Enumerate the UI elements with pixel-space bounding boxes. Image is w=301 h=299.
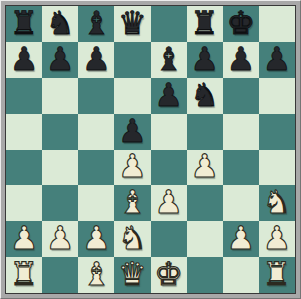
piece-white-rook[interactable]: ♜ xyxy=(10,258,39,290)
chess-board: ♜♞♝♛♜♚♟♟♟♝♟♟♟♟♞♟♟♟♝♟♞♟♟♟♞♟♟♜♝♛♚♜ xyxy=(5,5,296,294)
square-e2[interactable] xyxy=(151,221,187,257)
square-b4[interactable] xyxy=(42,150,78,186)
square-b6[interactable] xyxy=(42,78,78,114)
square-d3[interactable]: ♝ xyxy=(114,185,150,221)
square-g4[interactable] xyxy=(223,150,259,186)
piece-white-pawn[interactable]: ♟ xyxy=(263,222,292,254)
square-a7[interactable]: ♟ xyxy=(6,42,42,78)
square-e5[interactable] xyxy=(151,114,187,150)
square-c1[interactable]: ♝ xyxy=(78,257,114,293)
piece-black-queen[interactable]: ♛ xyxy=(118,7,147,39)
square-f8[interactable]: ♜ xyxy=(187,6,223,42)
square-c4[interactable] xyxy=(78,150,114,186)
piece-white-queen[interactable]: ♛ xyxy=(118,258,147,290)
piece-white-knight[interactable]: ♞ xyxy=(263,186,292,218)
square-h5[interactable] xyxy=(259,114,295,150)
piece-white-pawn[interactable]: ♟ xyxy=(118,150,147,182)
square-e1[interactable]: ♚ xyxy=(151,257,187,293)
square-e3[interactable]: ♟ xyxy=(151,185,187,221)
square-c8[interactable]: ♝ xyxy=(78,6,114,42)
square-b2[interactable]: ♟ xyxy=(42,221,78,257)
square-d2[interactable]: ♞ xyxy=(114,221,150,257)
square-g1[interactable] xyxy=(223,257,259,293)
square-a6[interactable] xyxy=(6,78,42,114)
square-f7[interactable]: ♟ xyxy=(187,42,223,78)
square-d8[interactable]: ♛ xyxy=(114,6,150,42)
piece-black-pawn[interactable]: ♟ xyxy=(10,43,39,75)
square-g3[interactable] xyxy=(223,185,259,221)
square-c7[interactable]: ♟ xyxy=(78,42,114,78)
square-f5[interactable] xyxy=(187,114,223,150)
square-d6[interactable] xyxy=(114,78,150,114)
square-d4[interactable]: ♟ xyxy=(114,150,150,186)
square-b7[interactable]: ♟ xyxy=(42,42,78,78)
square-c2[interactable]: ♟ xyxy=(78,221,114,257)
piece-black-pawn[interactable]: ♟ xyxy=(226,43,255,75)
square-h1[interactable]: ♜ xyxy=(259,257,295,293)
square-g6[interactable] xyxy=(223,78,259,114)
square-h3[interactable]: ♞ xyxy=(259,185,295,221)
piece-black-rook[interactable]: ♜ xyxy=(10,7,39,39)
square-g2[interactable]: ♟ xyxy=(223,221,259,257)
square-e7[interactable]: ♝ xyxy=(151,42,187,78)
piece-black-pawn[interactable]: ♟ xyxy=(263,43,292,75)
square-b8[interactable]: ♞ xyxy=(42,6,78,42)
square-h7[interactable]: ♟ xyxy=(259,42,295,78)
piece-white-pawn[interactable]: ♟ xyxy=(154,186,183,218)
piece-white-pawn[interactable]: ♟ xyxy=(226,222,255,254)
piece-black-bishop[interactable]: ♝ xyxy=(82,7,111,39)
square-a8[interactable]: ♜ xyxy=(6,6,42,42)
piece-white-bishop[interactable]: ♝ xyxy=(118,186,147,218)
piece-black-pawn[interactable]: ♟ xyxy=(118,115,147,147)
square-a5[interactable] xyxy=(6,114,42,150)
square-d1[interactable]: ♛ xyxy=(114,257,150,293)
piece-white-rook[interactable]: ♜ xyxy=(263,258,292,290)
piece-white-pawn[interactable]: ♟ xyxy=(46,222,75,254)
square-g7[interactable]: ♟ xyxy=(223,42,259,78)
square-b1[interactable] xyxy=(42,257,78,293)
piece-white-bishop[interactable]: ♝ xyxy=(82,258,111,290)
piece-white-king[interactable]: ♚ xyxy=(154,258,183,290)
square-f1[interactable] xyxy=(187,257,223,293)
square-f6[interactable]: ♞ xyxy=(187,78,223,114)
square-g8[interactable]: ♚ xyxy=(223,6,259,42)
piece-black-pawn[interactable]: ♟ xyxy=(82,43,111,75)
piece-black-knight[interactable]: ♞ xyxy=(190,79,219,111)
square-c3[interactable] xyxy=(78,185,114,221)
square-b5[interactable] xyxy=(42,114,78,150)
square-a2[interactable]: ♟ xyxy=(6,221,42,257)
square-a3[interactable] xyxy=(6,185,42,221)
piece-white-knight[interactable]: ♞ xyxy=(118,222,147,254)
square-e4[interactable] xyxy=(151,150,187,186)
piece-white-pawn[interactable]: ♟ xyxy=(10,222,39,254)
piece-white-pawn[interactable]: ♟ xyxy=(190,150,219,182)
piece-black-pawn[interactable]: ♟ xyxy=(46,43,75,75)
board-frame: ♜♞♝♛♜♚♟♟♟♝♟♟♟♟♞♟♟♟♝♟♞♟♟♟♞♟♟♜♝♛♚♜ xyxy=(0,0,301,299)
square-b3[interactable] xyxy=(42,185,78,221)
piece-black-rook[interactable]: ♜ xyxy=(190,7,219,39)
piece-black-king[interactable]: ♚ xyxy=(226,7,255,39)
square-a1[interactable]: ♜ xyxy=(6,257,42,293)
square-a4[interactable] xyxy=(6,150,42,186)
square-e8[interactable] xyxy=(151,6,187,42)
piece-black-pawn[interactable]: ♟ xyxy=(190,43,219,75)
square-h4[interactable] xyxy=(259,150,295,186)
square-h2[interactable]: ♟ xyxy=(259,221,295,257)
square-f2[interactable] xyxy=(187,221,223,257)
piece-black-knight[interactable]: ♞ xyxy=(46,7,75,39)
piece-black-pawn[interactable]: ♟ xyxy=(154,79,183,111)
piece-white-pawn[interactable]: ♟ xyxy=(82,222,111,254)
square-g5[interactable] xyxy=(223,114,259,150)
square-h8[interactable] xyxy=(259,6,295,42)
piece-black-bishop[interactable]: ♝ xyxy=(154,43,183,75)
square-e6[interactable]: ♟ xyxy=(151,78,187,114)
square-d5[interactable]: ♟ xyxy=(114,114,150,150)
square-f4[interactable]: ♟ xyxy=(187,150,223,186)
square-f3[interactable] xyxy=(187,185,223,221)
square-d7[interactable] xyxy=(114,42,150,78)
square-h6[interactable] xyxy=(259,78,295,114)
square-c6[interactable] xyxy=(78,78,114,114)
square-c5[interactable] xyxy=(78,114,114,150)
